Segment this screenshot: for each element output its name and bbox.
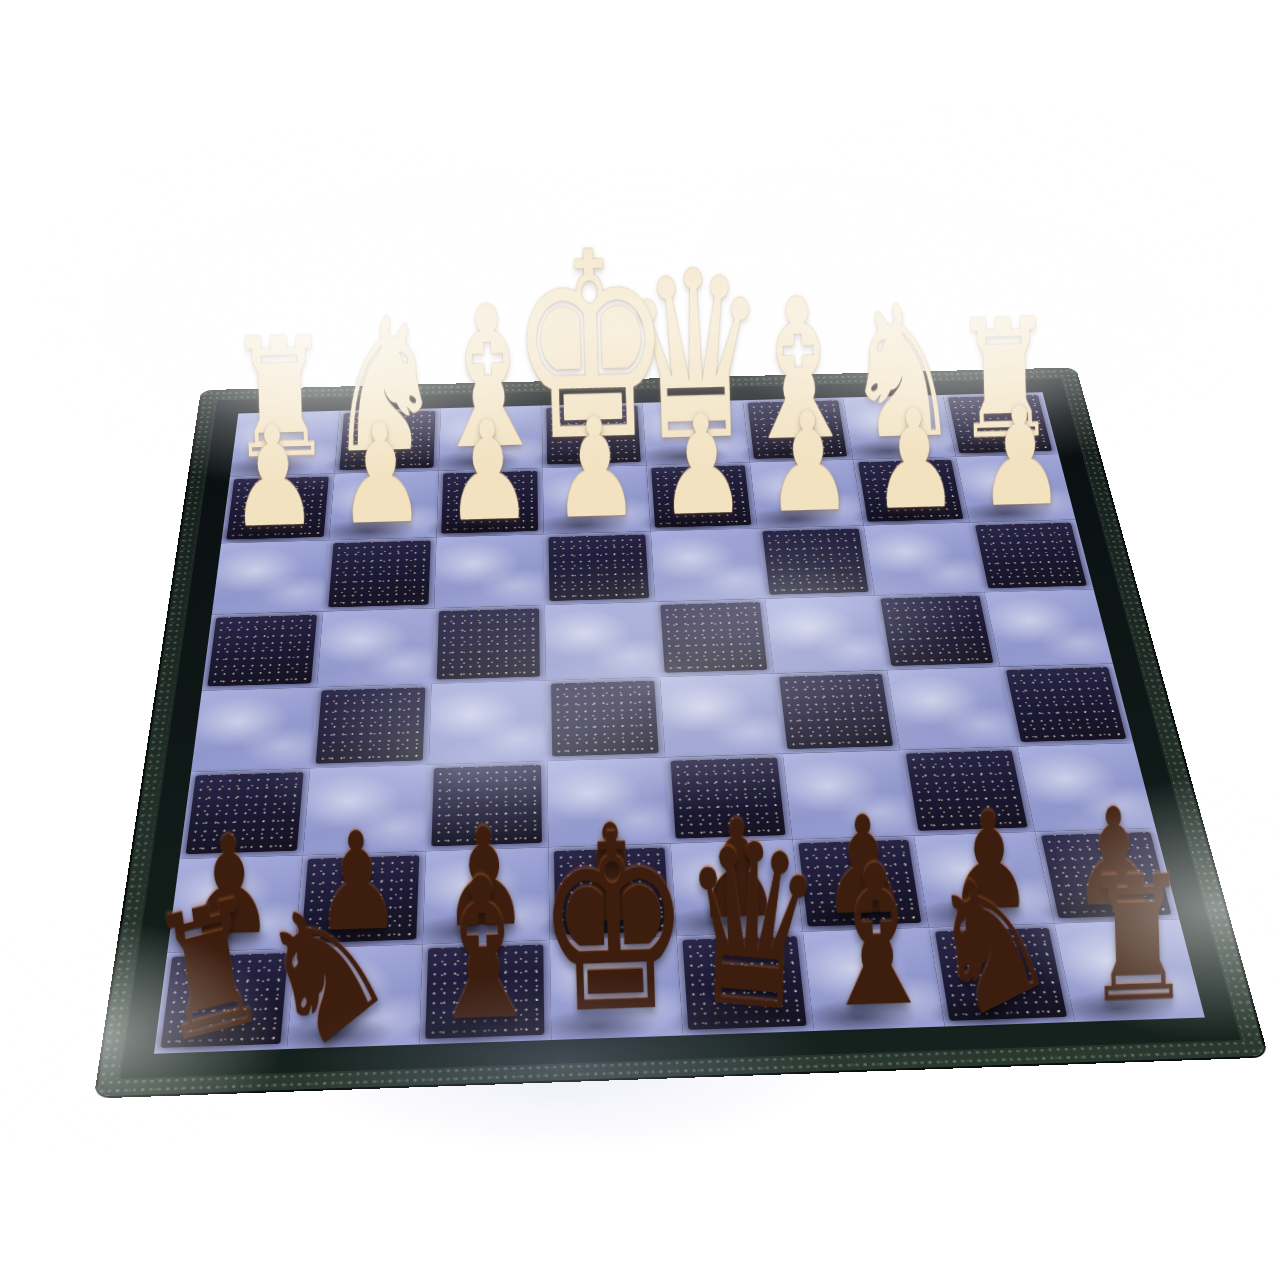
square-h4[interactable] bbox=[202, 611, 323, 690]
piece-black-bishop[interactable]: ♝ bbox=[813, 847, 941, 1029]
square-g5[interactable] bbox=[310, 684, 431, 768]
piece-white-pawn[interactable]: ♟ bbox=[335, 410, 426, 539]
square-e3[interactable] bbox=[544, 531, 655, 605]
square-a3[interactable] bbox=[970, 519, 1094, 592]
piece-black-rook[interactable]: ♜ bbox=[1081, 859, 1193, 1019]
square-d2[interactable]: ♟ bbox=[646, 462, 757, 531]
square-b5[interactable] bbox=[887, 667, 1017, 750]
board-border: ♜♞♝♚♛♝♞♜♟♟♟♟♟♟♟♟♟♟♟♟♟♟♟♟♜♞♝♚♛♝♞♜ bbox=[117, 377, 1243, 1081]
board-rim: ♜♞♝♚♛♝♞♜♟♟♟♟♟♟♟♟♟♟♟♟♟♟♟♟♜♞♝♚♛♝♞♜ bbox=[96, 369, 1266, 1097]
square-f4[interactable] bbox=[432, 605, 546, 684]
piece-white-pawn[interactable]: ♟ bbox=[870, 396, 960, 524]
square-g3[interactable] bbox=[323, 537, 436, 611]
square-a5[interactable] bbox=[1000, 664, 1133, 747]
square-d5[interactable] bbox=[660, 674, 783, 758]
square-b8[interactable]: ♞ bbox=[929, 923, 1075, 1026]
piece-white-pawn[interactable]: ♟ bbox=[228, 413, 320, 542]
square-b3[interactable] bbox=[864, 522, 985, 595]
piece-white-pawn[interactable]: ♟ bbox=[550, 404, 641, 533]
square-h2[interactable]: ♟ bbox=[221, 474, 334, 544]
square-f8[interactable]: ♝ bbox=[419, 940, 551, 1044]
square-b4[interactable] bbox=[875, 592, 1000, 670]
square-d3[interactable] bbox=[651, 528, 766, 601]
square-g2[interactable]: ♟ bbox=[329, 471, 439, 541]
square-e8[interactable]: ♚ bbox=[550, 936, 683, 1040]
square-g4[interactable] bbox=[317, 608, 434, 687]
square-e4[interactable] bbox=[545, 602, 660, 681]
piece-black-queen[interactable]: ♛ bbox=[677, 818, 826, 1038]
chess-board: ♜♞♝♚♛♝♞♜♟♟♟♟♟♟♟♟♟♟♟♟♟♟♟♟♜♞♝♚♛♝♞♜ bbox=[96, 369, 1266, 1097]
square-d8[interactable]: ♛ bbox=[677, 932, 815, 1036]
piece-white-pawn[interactable]: ♟ bbox=[443, 407, 534, 536]
square-h5[interactable] bbox=[191, 687, 317, 772]
piece-black-bishop[interactable]: ♝ bbox=[418, 860, 547, 1043]
square-c8[interactable]: ♝ bbox=[803, 928, 945, 1031]
square-e2[interactable]: ♟ bbox=[543, 465, 651, 534]
piece-white-pawn[interactable]: ♟ bbox=[763, 399, 853, 527]
square-a8[interactable]: ♜ bbox=[1054, 919, 1205, 1022]
piece-black-king[interactable]: ♚ bbox=[534, 810, 694, 1038]
piece-black-rook[interactable]: ♜ bbox=[144, 879, 274, 1063]
square-b2[interactable]: ♟ bbox=[853, 457, 970, 526]
square-c4[interactable] bbox=[765, 595, 887, 673]
square-g8[interactable]: ♞ bbox=[287, 944, 423, 1049]
square-f5[interactable] bbox=[429, 680, 547, 764]
square-c5[interactable] bbox=[774, 670, 900, 753]
square-h3[interactable] bbox=[212, 540, 329, 614]
square-d4[interactable] bbox=[655, 599, 774, 677]
square-e5[interactable] bbox=[546, 677, 665, 761]
square-a4[interactable] bbox=[984, 589, 1112, 667]
piece-white-pawn[interactable]: ♟ bbox=[975, 393, 1065, 521]
piece-white-pawn[interactable]: ♟ bbox=[657, 401, 748, 529]
square-c3[interactable] bbox=[757, 525, 875, 598]
square-c2[interactable]: ♟ bbox=[750, 460, 864, 529]
board-grid: ♜♞♝♚♛♝♞♜♟♟♟♟♟♟♟♟♟♟♟♟♟♟♟♟♜♞♝♚♛♝♞♜ bbox=[154, 392, 1205, 1053]
square-f2[interactable]: ♟ bbox=[437, 468, 544, 537]
square-a2[interactable]: ♟ bbox=[956, 454, 1076, 522]
chess-photo: ♜♞♝♚♛♝♞♜♟♟♟♟♟♟♟♟♟♟♟♟♟♟♟♟♜♞♝♚♛♝♞♜ bbox=[0, 0, 1280, 1280]
square-f3[interactable] bbox=[434, 534, 545, 608]
